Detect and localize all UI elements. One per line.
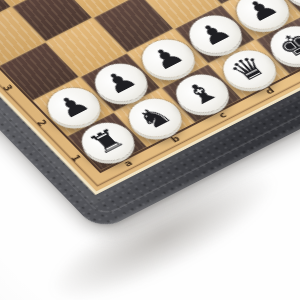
white-knight-glyph: ♞ <box>130 100 178 136</box>
white-pawn-glyph: ♟ <box>50 89 96 123</box>
pieces-layer: ♜♞♝♛♚♝♞♜♟♟♟♟♟♟♟♟♟♟♟♟♟♟♟♟♜♞♝♛♚♝♞♜ <box>0 0 300 170</box>
file-label-d: d <box>263 86 276 96</box>
white-bishop-glyph: ♝ <box>178 75 226 111</box>
file-label-c: c <box>217 110 228 119</box>
white-pawn-glyph: ♟ <box>97 65 143 99</box>
white-pawn-glyph: ♟ <box>192 17 238 51</box>
white-queen-glyph: ♛ <box>224 50 274 88</box>
white-pawn-glyph: ♟ <box>145 41 191 75</box>
white-pawn-glyph: ♟ <box>286 0 300 3</box>
chess-set-photo: abcdefgh 12345678 ♜♞♝♛♚♝♞♜♟♟♟♟♟♟♟♟♟♟♟♟♟♟… <box>0 0 300 300</box>
white-pawn-glyph: ♟ <box>239 0 285 27</box>
white-king-glyph: ♚ <box>271 26 300 64</box>
file-label-a: a <box>122 158 134 167</box>
white-rook-glyph: ♜ <box>83 124 131 160</box>
file-label-b: b <box>169 134 182 144</box>
